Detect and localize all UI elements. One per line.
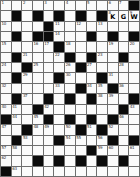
- clue-number: 11: [55, 22, 60, 26]
- crossword-cell[interactable]: [87, 136, 97, 145]
- black-cell: [12, 136, 22, 145]
- crossword-cell[interactable]: [22, 42, 32, 51]
- crossword-cell[interactable]: 8K: [108, 11, 118, 20]
- crossword-cell[interactable]: 49: [44, 125, 54, 134]
- black-cell: [12, 32, 22, 41]
- crossword-cell[interactable]: [44, 73, 54, 82]
- crossword-cell[interactable]: [44, 156, 54, 165]
- crossword-cell[interactable]: [65, 105, 75, 114]
- crossword-cell[interactable]: [33, 53, 43, 62]
- clue-number: 47: [2, 125, 7, 129]
- crossword-cell[interactable]: 11: [54, 22, 64, 31]
- clue-number: 63: [12, 167, 17, 171]
- crossword-cell[interactable]: [44, 136, 54, 145]
- black-cell: [12, 94, 22, 103]
- crossword-cell[interactable]: [87, 42, 97, 51]
- crossword-cell[interactable]: [54, 1, 64, 10]
- crossword-cell[interactable]: [97, 167, 107, 176]
- crossword-cell[interactable]: [65, 146, 75, 155]
- crossword-cell[interactable]: [119, 146, 129, 155]
- crossword-cell[interactable]: 41: [12, 105, 22, 114]
- clue-number: 12: [76, 22, 81, 26]
- clue-number: 55: [76, 136, 81, 140]
- crossword-cell[interactable]: [22, 167, 32, 176]
- clue-number: 32: [2, 84, 7, 88]
- crossword-cell[interactable]: 31: [108, 73, 118, 82]
- crossword-cell[interactable]: 42: [44, 105, 54, 114]
- crossword-cell[interactable]: 32: [1, 84, 11, 93]
- crossword-cell[interactable]: [76, 167, 86, 176]
- black-cell: [108, 32, 118, 41]
- clue-number: 57: [2, 146, 7, 150]
- crossword-cell[interactable]: 60: [108, 146, 118, 155]
- crossword-cell[interactable]: [33, 94, 43, 103]
- black-cell: [108, 115, 118, 124]
- clue-number: 1: [2, 1, 4, 5]
- crossword-cell[interactable]: [129, 63, 139, 72]
- clue-number: 42: [44, 105, 49, 109]
- crossword-cell[interactable]: 15: [1, 42, 11, 51]
- clue-number: 59: [98, 146, 103, 150]
- crossword-cell[interactable]: [44, 84, 54, 93]
- crossword-cell[interactable]: [65, 32, 75, 41]
- black-cell: [76, 84, 86, 93]
- crossword-cell[interactable]: [87, 22, 97, 31]
- clue-number: 46: [119, 115, 124, 119]
- crossword-cell[interactable]: 43: [129, 105, 139, 114]
- crossword-cell[interactable]: 37: [22, 94, 32, 103]
- crossword-cell[interactable]: 34: [87, 84, 97, 93]
- crossword-cell[interactable]: [44, 53, 54, 62]
- crossword-cell[interactable]: [119, 136, 129, 145]
- crossword-cell[interactable]: 62: [1, 156, 11, 165]
- crossword-cell[interactable]: 5: [87, 1, 97, 10]
- black-cell: [76, 11, 86, 20]
- crossword-cell[interactable]: [22, 105, 32, 114]
- crossword-cell[interactable]: 39: [108, 94, 118, 103]
- crossword-cell[interactable]: [65, 22, 75, 31]
- crossword-cell[interactable]: 21: [22, 53, 32, 62]
- crossword-cell[interactable]: [22, 11, 32, 20]
- crossword-cell[interactable]: 27: [87, 63, 97, 72]
- clue-number: 21: [23, 53, 28, 57]
- cell-letter: W: [129, 13, 139, 20]
- black-cell: [54, 11, 64, 20]
- black-cell: [129, 32, 139, 41]
- crossword-cell[interactable]: 29: [22, 73, 32, 82]
- clue-number: 26: [66, 63, 71, 67]
- crossword-cell[interactable]: [87, 11, 97, 20]
- crossword-cell[interactable]: 51: [87, 125, 97, 134]
- crossword-cell[interactable]: 54: [65, 136, 75, 145]
- crossword-cell[interactable]: [1, 94, 11, 103]
- crossword-cell[interactable]: [97, 63, 107, 72]
- crossword-cell[interactable]: [54, 146, 64, 155]
- clue-number: 36: [119, 84, 124, 88]
- crossword-cell[interactable]: [12, 22, 22, 31]
- clue-number: 52: [108, 125, 113, 129]
- crossword-cell[interactable]: [119, 73, 129, 82]
- crossword-cell[interactable]: [129, 53, 139, 62]
- crossword-cell[interactable]: 3: [44, 1, 54, 10]
- black-cell: [76, 125, 86, 134]
- crossword-cell[interactable]: [119, 32, 129, 41]
- crossword-cell[interactable]: [76, 1, 86, 10]
- crossword-cell[interactable]: [129, 22, 139, 31]
- crossword-cell[interactable]: [65, 84, 75, 93]
- crossword-cell[interactable]: [33, 146, 43, 155]
- clue-number: 14: [55, 32, 60, 36]
- crossword-cell[interactable]: 1: [1, 1, 11, 10]
- crossword-cell[interactable]: 48: [33, 125, 43, 134]
- clue-number: 62: [2, 156, 7, 160]
- crossword-cell[interactable]: [33, 167, 43, 176]
- crossword-cell[interactable]: 20: [129, 42, 139, 51]
- clue-number: 43: [130, 105, 135, 109]
- crossword-cell[interactable]: G: [119, 11, 129, 20]
- crossword-cell[interactable]: [76, 146, 86, 155]
- crossword-cell[interactable]: 56: [97, 136, 107, 145]
- crossword-cell[interactable]: 50: [65, 125, 75, 134]
- crossword-cell[interactable]: [22, 84, 32, 93]
- black-cell: [76, 63, 86, 72]
- clue-number: 41: [12, 105, 17, 109]
- clue-number: 33: [55, 84, 60, 88]
- crossword-cell[interactable]: [22, 22, 32, 31]
- black-cell: [119, 53, 129, 62]
- crossword-cell[interactable]: [44, 167, 54, 176]
- crossword-cell[interactable]: [12, 1, 22, 10]
- crossword-cell[interactable]: 55: [76, 136, 86, 145]
- clue-number: 20: [130, 42, 135, 46]
- black-cell: [108, 136, 118, 145]
- clue-number: 2: [23, 1, 25, 5]
- crossword-cell[interactable]: 7: [119, 1, 129, 10]
- crossword-cell[interactable]: [119, 94, 129, 103]
- clue-number: 45: [34, 115, 39, 119]
- crossword-cell[interactable]: [97, 115, 107, 124]
- crossword-cell[interactable]: 59: [97, 146, 107, 155]
- clue-number: 24: [2, 63, 7, 67]
- black-cell: [129, 94, 139, 103]
- crossword-cell[interactable]: [119, 22, 129, 31]
- crossword-cell[interactable]: [87, 167, 97, 176]
- clue-number: 27: [87, 63, 92, 67]
- crossword-cell[interactable]: [22, 115, 32, 124]
- black-cell: [44, 32, 54, 41]
- black-cell: [129, 1, 139, 10]
- crossword-cell[interactable]: [108, 53, 118, 62]
- crossword-cell[interactable]: [12, 42, 22, 51]
- clue-number: 35: [98, 84, 103, 88]
- crossword-cell[interactable]: 61: [129, 146, 139, 155]
- crossword-cell[interactable]: [1, 73, 11, 82]
- crossword-cell[interactable]: [22, 146, 32, 155]
- crossword-cell[interactable]: [119, 167, 129, 176]
- crossword-cell[interactable]: [108, 105, 118, 114]
- black-cell: [87, 53, 97, 62]
- cell-letter: G: [119, 13, 129, 20]
- crossword-cell[interactable]: [54, 105, 64, 114]
- crossword-cell[interactable]: [76, 115, 86, 124]
- crossword-cell[interactable]: 63: [12, 167, 22, 176]
- black-cell: [44, 22, 54, 31]
- crossword-cell[interactable]: 4: [65, 1, 75, 10]
- crossword-cell[interactable]: 47: [1, 125, 11, 134]
- black-cell: [119, 105, 129, 114]
- black-cell: [33, 11, 43, 20]
- clue-number: 15: [2, 42, 7, 46]
- crossword-cell[interactable]: [119, 42, 129, 51]
- clue-number: 39: [108, 94, 113, 98]
- crossword-cell[interactable]: [129, 115, 139, 124]
- crossword-cell[interactable]: [108, 167, 118, 176]
- crossword-cell[interactable]: [87, 156, 97, 165]
- clue-number: 23: [98, 53, 103, 57]
- crossword-cell[interactable]: 26: [65, 63, 75, 72]
- crossword-cell[interactable]: [54, 125, 64, 134]
- black-cell: [76, 156, 86, 165]
- crossword-cell[interactable]: [108, 156, 118, 165]
- crossword-cell[interactable]: [22, 32, 32, 41]
- crossword-cell[interactable]: [65, 11, 75, 20]
- crossword-cell[interactable]: 13: [97, 22, 107, 31]
- clue-number: 6: [108, 1, 110, 5]
- black-cell: [1, 115, 11, 124]
- crossword-cell[interactable]: [129, 156, 139, 165]
- crossword-cell[interactable]: 33: [54, 84, 64, 93]
- crossword-cell[interactable]: [129, 125, 139, 134]
- crossword-cell[interactable]: 52: [108, 125, 118, 134]
- crossword-cell[interactable]: [54, 167, 64, 176]
- clue-number: 48: [34, 125, 39, 129]
- clue-number: 61: [130, 146, 135, 150]
- crossword-cell[interactable]: [44, 11, 54, 20]
- crossword-cell[interactable]: [12, 156, 22, 165]
- black-cell: [12, 11, 22, 20]
- black-cell: [108, 84, 118, 93]
- clue-number: 7: [119, 1, 121, 5]
- clue-number: 54: [66, 136, 71, 140]
- crossword-cell[interactable]: 46: [119, 115, 129, 124]
- crossword-cell[interactable]: [54, 115, 64, 124]
- clue-number: 25: [34, 63, 39, 67]
- black-cell: [87, 32, 97, 41]
- crossword-cell[interactable]: [1, 53, 11, 62]
- black-cell: [44, 94, 54, 103]
- clue-number: 16: [34, 42, 39, 46]
- black-cell: [129, 136, 139, 145]
- crossword-cell[interactable]: [33, 1, 43, 10]
- clue-number: 22: [55, 53, 60, 57]
- clue-number: 5: [87, 1, 89, 5]
- black-cell: [65, 53, 75, 62]
- crossword-cell[interactable]: 18: [65, 42, 75, 51]
- crossword-cell[interactable]: [22, 156, 32, 165]
- clue-number: 56: [98, 136, 103, 140]
- clue-number: 4: [66, 1, 68, 5]
- crossword-cell[interactable]: [44, 63, 54, 72]
- clue-number: 60: [108, 146, 113, 150]
- black-cell: [65, 94, 75, 103]
- crossword-cell[interactable]: 2: [22, 1, 32, 10]
- clue-number: 53: [23, 136, 28, 140]
- crossword-cell[interactable]: 30: [65, 73, 75, 82]
- crossword-cell[interactable]: 44: [12, 115, 22, 124]
- crossword-cell[interactable]: [76, 42, 86, 51]
- crossword-cell[interactable]: [44, 146, 54, 155]
- crossword-cell[interactable]: [76, 73, 86, 82]
- black-cell: [33, 32, 43, 41]
- crossword-cell[interactable]: 25: [33, 63, 43, 72]
- crossword-cell[interactable]: 17: [44, 42, 54, 51]
- black-cell: [1, 167, 11, 176]
- crossword-cell[interactable]: [87, 73, 97, 82]
- crossword-cell[interactable]: [97, 105, 107, 114]
- black-cell: [22, 125, 32, 134]
- clue-number: 49: [44, 125, 49, 129]
- clue-number: 30: [66, 73, 71, 77]
- black-cell: [54, 73, 64, 82]
- crossword-cell[interactable]: 45: [33, 115, 43, 124]
- crossword-cell[interactable]: [33, 73, 43, 82]
- crossword-cell[interactable]: [119, 125, 129, 134]
- crossword-cell[interactable]: 19: [108, 42, 118, 51]
- black-cell: [12, 73, 22, 82]
- clue-number: 19: [108, 42, 113, 46]
- crossword-cell[interactable]: 23: [97, 53, 107, 62]
- crossword-cell[interactable]: 58: [12, 146, 22, 155]
- black-cell: [54, 136, 64, 145]
- crossword-cell[interactable]: [76, 105, 86, 114]
- clue-number: 28: [119, 63, 124, 67]
- crossword-cell[interactable]: 16: [33, 42, 43, 51]
- black-cell: [33, 105, 43, 114]
- crossword-cell[interactable]: 10: [1, 22, 11, 31]
- clue-number: 10: [2, 22, 7, 26]
- crossword-cell[interactable]: [129, 73, 139, 82]
- black-cell: [12, 53, 22, 62]
- crossword-cell[interactable]: [65, 156, 75, 165]
- crossword-cell[interactable]: [1, 11, 11, 20]
- crossword-cell[interactable]: 28: [119, 63, 129, 72]
- clue-number: 37: [23, 94, 28, 98]
- crossword-cell[interactable]: [12, 84, 22, 93]
- crossword-cell[interactable]: 35: [97, 84, 107, 93]
- black-cell: [87, 94, 97, 103]
- clue-number: 58: [12, 146, 17, 150]
- black-cell: [97, 73, 107, 82]
- crossword-cell[interactable]: [65, 167, 75, 176]
- crossword-cell[interactable]: [76, 53, 86, 62]
- cell-letter: K: [108, 13, 118, 20]
- black-cell: [54, 42, 64, 51]
- crossword-cell[interactable]: 9W: [129, 11, 139, 20]
- crossword-cell[interactable]: [97, 1, 107, 10]
- crossword-cell[interactable]: [1, 136, 11, 145]
- crossword-cell[interactable]: [1, 32, 11, 41]
- black-cell: [65, 115, 75, 124]
- crossword-cell[interactable]: 22: [54, 53, 64, 62]
- crossword-cell[interactable]: [129, 84, 139, 93]
- crossword-cell[interactable]: 12: [76, 22, 86, 31]
- clue-number: 13: [98, 22, 103, 26]
- crossword-cell[interactable]: [33, 22, 43, 31]
- crossword-cell[interactable]: [108, 22, 118, 31]
- black-cell: [44, 115, 54, 124]
- clue-number: 31: [108, 73, 113, 77]
- crossword-cell[interactable]: 38: [97, 94, 107, 103]
- clue-number: 18: [66, 42, 71, 46]
- crossword-cell[interactable]: 40: [1, 105, 11, 114]
- clue-number: 34: [87, 84, 92, 88]
- clue-number: 3: [44, 1, 46, 5]
- crossword-cell[interactable]: [87, 105, 97, 114]
- crossword-cell[interactable]: [108, 63, 118, 72]
- clue-number: 17: [44, 42, 49, 46]
- crossword-cell[interactable]: [76, 94, 86, 103]
- crossword-cell[interactable]: [129, 167, 139, 176]
- crossword-cell[interactable]: [33, 84, 43, 93]
- crossword-cell[interactable]: 53: [22, 136, 32, 145]
- black-cell: [87, 146, 97, 155]
- crossword-cell[interactable]: 6: [108, 1, 118, 10]
- crossword-cell[interactable]: [76, 32, 86, 41]
- crossword-cell[interactable]: 14: [54, 32, 64, 41]
- black-cell: [54, 156, 64, 165]
- crossword-cell[interactable]: [97, 32, 107, 41]
- clue-number: 51: [87, 125, 92, 129]
- crossword-cell[interactable]: [12, 125, 22, 134]
- crossword-cell[interactable]: 57: [1, 146, 11, 155]
- clue-number: 38: [98, 94, 103, 98]
- black-cell: [97, 125, 107, 134]
- black-cell: [87, 115, 97, 124]
- clue-number: 50: [66, 125, 71, 129]
- crossword-cell[interactable]: [33, 136, 43, 145]
- black-cell: [97, 11, 107, 20]
- crossword-cell[interactable]: [54, 94, 64, 103]
- crossword-cell[interactable]: 24: [1, 63, 11, 72]
- crossword-grid: 12345678KG9W1011121314151617181920212223…: [0, 0, 140, 177]
- crossword-cell[interactable]: [12, 63, 22, 72]
- black-cell: [22, 63, 32, 72]
- black-cell: [119, 156, 129, 165]
- black-cell: [33, 156, 43, 165]
- clue-number: 29: [23, 73, 28, 77]
- black-cell: [97, 156, 107, 165]
- crossword-cell[interactable]: 36: [119, 84, 129, 93]
- clue-number: 44: [12, 115, 17, 119]
- clue-number: 40: [2, 105, 7, 109]
- crossword-cell[interactable]: [54, 63, 64, 72]
- crossword-cell[interactable]: [97, 42, 107, 51]
